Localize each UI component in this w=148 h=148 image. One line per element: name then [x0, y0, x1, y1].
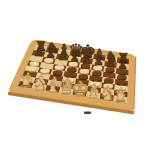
checker-dark [92, 71, 101, 77]
piece-light-knight: ♞ [99, 84, 114, 104]
chess-checkers-board: ♜♞♝♛♚♝♞♜♟♟♟♟♟♟♟♟♟♟♟♟♟♟♟♟♜♞♝♛♚♝♞♜ [0, 0, 148, 148]
checker-light [80, 69, 89, 75]
svg-text:♞: ♞ [99, 84, 114, 104]
checker-light [93, 65, 102, 71]
svg-text:♟: ♟ [57, 49, 68, 63]
checker-dark [118, 69, 127, 75]
checker-dark [81, 64, 90, 70]
piece-dark-pawn: ♟ [57, 49, 68, 63]
piece-light-rook: ♜ [113, 88, 127, 106]
svg-text:♜: ♜ [113, 88, 127, 106]
checker-light [69, 62, 78, 68]
piece-dark-pawn: ♟ [33, 45, 44, 59]
checker-dark [105, 67, 114, 73]
checker-light [55, 65, 64, 71]
svg-text:♟: ♟ [33, 45, 44, 59]
checker-light [30, 61, 39, 67]
product-photo: ♜♞♝♛♚♝♞♜♟♟♟♟♟♟♟♟♟♟♟♟♟♟♟♟♜♞♝♛♚♝♞♜ [0, 0, 148, 148]
checker-dark [67, 67, 76, 73]
checker-light [44, 58, 53, 64]
checker-dark [117, 75, 126, 81]
brand-logo-mark [84, 112, 91, 114]
